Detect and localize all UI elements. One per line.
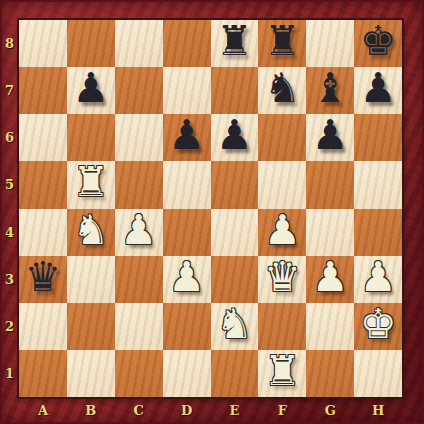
square-c2[interactable] [115, 303, 163, 350]
square-b3[interactable] [67, 256, 115, 303]
square-f6[interactable] [258, 114, 306, 161]
black-knight[interactable]: ♞ [264, 68, 301, 109]
square-a8[interactable] [19, 20, 67, 67]
rank-label-4: 4 [0, 209, 19, 256]
square-g6[interactable]: ♟ [306, 114, 354, 161]
square-a7[interactable] [19, 67, 67, 114]
square-f7[interactable]: ♞ [258, 67, 306, 114]
file-label-e: E [211, 397, 259, 424]
square-c4[interactable]: ♟ [115, 209, 163, 256]
square-e3[interactable] [211, 256, 259, 303]
square-b4[interactable]: ♞ [67, 209, 115, 256]
square-g5[interactable] [306, 161, 354, 208]
square-e4[interactable] [211, 209, 259, 256]
square-h6[interactable] [354, 114, 402, 161]
file-label-b: B [67, 397, 115, 424]
square-e2[interactable]: ♞ [211, 303, 259, 350]
square-h8[interactable]: ♚ [354, 20, 402, 67]
square-b6[interactable] [67, 114, 115, 161]
file-label-d: D [163, 397, 211, 424]
square-c6[interactable] [115, 114, 163, 161]
file-label-g: G [306, 397, 354, 424]
rank-label-1: 1 [0, 350, 19, 397]
square-c7[interactable] [115, 67, 163, 114]
square-e5[interactable] [211, 161, 259, 208]
square-b2[interactable] [67, 303, 115, 350]
square-f2[interactable] [258, 303, 306, 350]
rank-label-6: 6 [0, 114, 19, 161]
square-g4[interactable] [306, 209, 354, 256]
square-e8[interactable]: ♜ [211, 20, 259, 67]
square-d3[interactable]: ♟ [163, 256, 211, 303]
square-c1[interactable] [115, 350, 163, 397]
square-g1[interactable] [306, 350, 354, 397]
white-queen[interactable]: ♛ [264, 257, 301, 298]
white-rook[interactable]: ♜ [72, 162, 109, 203]
white-knight[interactable]: ♞ [72, 210, 109, 251]
square-e6[interactable]: ♟ [211, 114, 259, 161]
square-c3[interactable] [115, 256, 163, 303]
square-d1[interactable] [163, 350, 211, 397]
square-c5[interactable] [115, 161, 163, 208]
square-b8[interactable] [67, 20, 115, 67]
square-a1[interactable] [19, 350, 67, 397]
square-h2[interactable]: ♚ [354, 303, 402, 350]
chess-board: ♜♜♚♟♞♝♟♟♟♟♜♞♟♟♛♟♛♟♟♞♚♜ [19, 20, 402, 397]
square-b1[interactable] [67, 350, 115, 397]
black-rook[interactable]: ♜ [264, 21, 301, 62]
square-d8[interactable] [163, 20, 211, 67]
square-e7[interactable] [211, 67, 259, 114]
square-h4[interactable] [354, 209, 402, 256]
square-d4[interactable] [163, 209, 211, 256]
square-a6[interactable] [19, 114, 67, 161]
square-e1[interactable] [211, 350, 259, 397]
square-g7[interactable]: ♝ [306, 67, 354, 114]
square-g2[interactable] [306, 303, 354, 350]
square-a5[interactable] [19, 161, 67, 208]
file-label-a: A [19, 397, 67, 424]
white-knight[interactable]: ♞ [216, 304, 253, 345]
chess-app-window: ♜♜♚♟♞♝♟♟♟♟♜♞♟♟♛♟♛♟♟♞♚♜ 87654321 ABCDEFGH [0, 0, 424, 424]
black-pawn[interactable]: ♟ [168, 115, 205, 156]
square-d2[interactable] [163, 303, 211, 350]
rank-label-3: 3 [0, 256, 19, 303]
square-d5[interactable] [163, 161, 211, 208]
square-h7[interactable]: ♟ [354, 67, 402, 114]
square-f1[interactable]: ♜ [258, 350, 306, 397]
rank-label-7: 7 [0, 67, 19, 114]
square-a3[interactable]: ♛ [19, 256, 67, 303]
white-pawn[interactable]: ♟ [264, 210, 301, 251]
white-king[interactable]: ♚ [360, 304, 397, 345]
white-pawn[interactable]: ♟ [312, 257, 349, 298]
black-pawn[interactable]: ♟ [360, 68, 397, 109]
black-pawn[interactable]: ♟ [72, 68, 109, 109]
square-h3[interactable]: ♟ [354, 256, 402, 303]
square-b7[interactable]: ♟ [67, 67, 115, 114]
square-a4[interactable] [19, 209, 67, 256]
square-h1[interactable] [354, 350, 402, 397]
square-d7[interactable] [163, 67, 211, 114]
white-pawn[interactable]: ♟ [168, 257, 205, 298]
white-pawn[interactable]: ♟ [360, 257, 397, 298]
white-pawn[interactable]: ♟ [120, 210, 157, 251]
white-rook[interactable]: ♜ [264, 351, 301, 392]
square-g3[interactable]: ♟ [306, 256, 354, 303]
square-f4[interactable]: ♟ [258, 209, 306, 256]
square-f3[interactable]: ♛ [258, 256, 306, 303]
black-king[interactable]: ♚ [360, 21, 397, 62]
square-d6[interactable]: ♟ [163, 114, 211, 161]
black-pawn[interactable]: ♟ [216, 115, 253, 156]
square-f8[interactable]: ♜ [258, 20, 306, 67]
file-labels: ABCDEFGH [19, 397, 402, 424]
rank-label-2: 2 [0, 303, 19, 350]
rank-label-8: 8 [0, 20, 19, 67]
square-b5[interactable]: ♜ [67, 161, 115, 208]
square-g8[interactable] [306, 20, 354, 67]
file-label-c: C [115, 397, 163, 424]
file-label-f: F [258, 397, 306, 424]
square-f5[interactable] [258, 161, 306, 208]
black-bishop[interactable]: ♝ [312, 68, 349, 109]
black-pawn[interactable]: ♟ [312, 115, 349, 156]
square-a2[interactable] [19, 303, 67, 350]
black-rook[interactable]: ♜ [216, 21, 253, 62]
black-queen[interactable]: ♛ [25, 257, 62, 298]
file-label-h: H [354, 397, 402, 424]
rank-labels: 87654321 [0, 20, 19, 397]
square-c8[interactable] [115, 20, 163, 67]
square-h5[interactable] [354, 161, 402, 208]
rank-label-5: 5 [0, 161, 19, 208]
